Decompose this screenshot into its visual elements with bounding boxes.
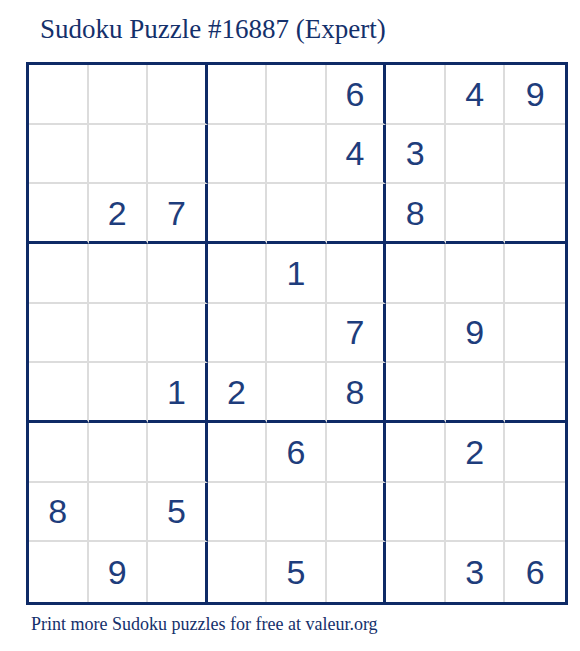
cell-r6c3[interactable]: 1: [148, 363, 208, 423]
cell-r7c3[interactable]: [148, 423, 208, 483]
cell-r8c7[interactable]: [386, 483, 446, 543]
cell-r2c4[interactable]: [208, 125, 268, 185]
cell-r3c2[interactable]: 2: [89, 184, 149, 244]
cell-r8c9[interactable]: [505, 483, 565, 543]
cell-r2c9[interactable]: [505, 125, 565, 185]
cell-r3c6[interactable]: [327, 184, 387, 244]
cell-r4c9[interactable]: [505, 244, 565, 304]
cell-r1c8[interactable]: 4: [446, 65, 506, 125]
cell-r5c4[interactable]: [208, 304, 268, 364]
cell-r3c4[interactable]: [208, 184, 268, 244]
cell-r1c6[interactable]: 6: [327, 65, 387, 125]
cell-r5c2[interactable]: [89, 304, 149, 364]
cell-r1c1[interactable]: [29, 65, 89, 125]
cell-r5c3[interactable]: [148, 304, 208, 364]
cell-r1c9[interactable]: 9: [505, 65, 565, 125]
cell-r6c2[interactable]: [89, 363, 149, 423]
cell-r1c4[interactable]: [208, 65, 268, 125]
cell-r1c5[interactable]: [267, 65, 327, 125]
cell-r9c6[interactable]: [327, 542, 387, 602]
cell-r7c2[interactable]: [89, 423, 149, 483]
cell-r3c3[interactable]: 7: [148, 184, 208, 244]
cell-r3c5[interactable]: [267, 184, 327, 244]
cell-r4c5[interactable]: 1: [267, 244, 327, 304]
cell-r6c5[interactable]: [267, 363, 327, 423]
sudoku-board: 6494327817912862859536: [26, 62, 568, 605]
cell-r4c8[interactable]: [446, 244, 506, 304]
cell-r3c9[interactable]: [505, 184, 565, 244]
cell-r7c6[interactable]: [327, 423, 387, 483]
cell-r4c4[interactable]: [208, 244, 268, 304]
cell-r7c5[interactable]: 6: [267, 423, 327, 483]
cell-r7c1[interactable]: [29, 423, 89, 483]
cell-r5c8[interactable]: 9: [446, 304, 506, 364]
cell-r3c8[interactable]: [446, 184, 506, 244]
cell-r9c7[interactable]: [386, 542, 446, 602]
cell-r9c4[interactable]: [208, 542, 268, 602]
cell-r9c9[interactable]: 6: [505, 542, 565, 602]
cell-r6c4[interactable]: 2: [208, 363, 268, 423]
cell-r4c3[interactable]: [148, 244, 208, 304]
cell-r5c7[interactable]: [386, 304, 446, 364]
cell-r8c8[interactable]: [446, 483, 506, 543]
cell-r8c4[interactable]: [208, 483, 268, 543]
cell-r1c3[interactable]: [148, 65, 208, 125]
cell-r5c6[interactable]: 7: [327, 304, 387, 364]
cell-r2c6[interactable]: 4: [327, 125, 387, 185]
cell-r6c6[interactable]: 8: [327, 363, 387, 423]
cell-r8c1[interactable]: 8: [29, 483, 89, 543]
cell-r9c3[interactable]: [148, 542, 208, 602]
cell-r9c2[interactable]: 9: [89, 542, 149, 602]
cell-r9c8[interactable]: 3: [446, 542, 506, 602]
cell-r8c2[interactable]: [89, 483, 149, 543]
cell-r3c7[interactable]: 8: [386, 184, 446, 244]
cell-r1c7[interactable]: [386, 65, 446, 125]
cell-r5c1[interactable]: [29, 304, 89, 364]
cell-r2c8[interactable]: [446, 125, 506, 185]
cell-r9c1[interactable]: [29, 542, 89, 602]
cell-r2c3[interactable]: [148, 125, 208, 185]
cell-r8c6[interactable]: [327, 483, 387, 543]
cell-r8c3[interactable]: 5: [148, 483, 208, 543]
cell-r4c2[interactable]: [89, 244, 149, 304]
cell-r6c7[interactable]: [386, 363, 446, 423]
cell-r4c1[interactable]: [29, 244, 89, 304]
cell-r1c2[interactable]: [89, 65, 149, 125]
cell-r2c5[interactable]: [267, 125, 327, 185]
cell-r8c5[interactable]: [267, 483, 327, 543]
cell-r4c6[interactable]: [327, 244, 387, 304]
cell-r2c1[interactable]: [29, 125, 89, 185]
cell-r6c9[interactable]: [505, 363, 565, 423]
cell-r6c8[interactable]: [446, 363, 506, 423]
cell-r9c5[interactable]: 5: [267, 542, 327, 602]
cell-r4c7[interactable]: [386, 244, 446, 304]
cell-r2c7[interactable]: 3: [386, 125, 446, 185]
page-title: Sudoku Puzzle #16887 (Expert): [40, 14, 386, 45]
cell-r7c8[interactable]: 2: [446, 423, 506, 483]
cell-r7c7[interactable]: [386, 423, 446, 483]
cell-r7c4[interactable]: [208, 423, 268, 483]
cell-r5c9[interactable]: [505, 304, 565, 364]
cell-r7c9[interactable]: [505, 423, 565, 483]
cell-r6c1[interactable]: [29, 363, 89, 423]
cell-r2c2[interactable]: [89, 125, 149, 185]
footer-text: Print more Sudoku puzzles for free at va…: [31, 614, 378, 635]
cell-r3c1[interactable]: [29, 184, 89, 244]
sudoku-page: Sudoku Puzzle #16887 (Expert) 6494327817…: [0, 0, 580, 651]
cell-r5c5[interactable]: [267, 304, 327, 364]
